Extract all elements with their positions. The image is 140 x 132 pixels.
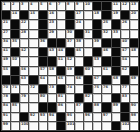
clue-number: 29 [49,30,54,34]
clue-number: 46 [103,48,108,52]
white-cell[interactable] [84,20,92,28]
clue-number: 78 [3,94,8,98]
white-cell[interactable]: 52 [66,57,74,65]
black-cell [66,20,74,28]
white-cell[interactable] [29,122,37,130]
clue-number: 92 [30,113,35,117]
clue-number: 56 [21,67,26,71]
white-cell[interactable] [48,76,56,84]
black-cell [84,76,92,84]
white-cell[interactable] [11,113,19,121]
clue-number: 50 [12,57,17,61]
white-cell[interactable]: 50 [11,57,19,65]
clue-number: 15 [30,11,35,15]
clue-number: 37 [67,39,72,43]
black-cell [39,30,47,38]
white-cell[interactable]: 73 [48,85,56,93]
white-cell[interactable] [29,57,37,65]
white-cell[interactable] [11,122,19,130]
white-cell[interactable]: 45 [75,48,83,56]
black-cell [39,20,47,28]
clue-number: 52 [67,57,72,61]
white-cell[interactable]: 57 [39,67,47,75]
white-cell[interactable]: 20 [130,11,138,19]
black-cell [112,67,120,75]
white-cell[interactable]: 24 [75,20,83,28]
clue-number: 22 [21,20,26,24]
white-cell[interactable]: 72 [29,85,37,93]
clue-number: 84 [3,103,8,107]
white-cell[interactable]: 54 [121,57,129,65]
white-cell[interactable] [130,94,138,102]
white-cell[interactable] [39,122,47,130]
white-cell[interactable] [57,30,65,38]
white-cell[interactable]: 77 [121,85,129,93]
clue-number: 12 [122,2,127,6]
black-cell [121,103,129,111]
white-cell[interactable] [130,57,138,65]
clue-number: 17 [76,11,81,15]
clue-number: 91 [3,113,8,117]
white-cell[interactable]: 40 [121,39,129,47]
black-cell [11,94,19,102]
clue-number: 20 [131,11,136,15]
white-cell[interactable]: 27 [2,30,10,38]
clue-number: 74 [67,85,72,89]
black-cell [75,94,83,102]
white-cell[interactable]: 61 [102,67,110,75]
clue-number: 73 [49,85,54,89]
crossword-page: 1234567891011121314151617181920212223242… [0,0,140,132]
white-cell[interactable] [93,94,101,102]
black-cell [130,67,138,75]
white-cell[interactable] [29,20,37,28]
clue-number: 59 [67,67,72,71]
clue-number: 62 [122,67,127,71]
black-cell [57,113,65,121]
white-cell[interactable] [84,11,92,19]
white-cell[interactable]: 6 [48,2,56,10]
white-cell[interactable]: 62 [121,67,129,75]
clue-number: 48 [131,48,136,52]
clue-number: 96 [85,113,90,117]
black-cell [39,57,47,65]
white-cell[interactable]: 100 [20,122,28,130]
black-cell [39,48,47,56]
clue-number: 23 [49,20,54,24]
white-cell[interactable]: 10 [84,2,92,10]
clue-number: 54 [122,57,127,61]
clue-number: 90 [131,103,136,107]
white-cell[interactable]: 71 [11,85,19,93]
clue-number: 30 [67,30,72,34]
white-cell[interactable] [93,122,101,130]
black-cell [121,11,129,19]
black-cell [48,57,56,65]
white-cell[interactable]: 8 [66,2,74,10]
white-cell[interactable]: 34 [2,39,10,47]
white-cell[interactable]: 88 [93,103,101,111]
white-cell[interactable]: 92 [29,113,37,121]
white-cell[interactable] [130,122,138,130]
black-cell [84,57,92,65]
clue-number: 8 [67,2,70,6]
clue-number: 70 [3,85,8,89]
white-cell[interactable] [66,76,74,84]
black-cell [84,85,92,93]
white-cell[interactable]: 9 [75,2,83,10]
black-cell [2,11,10,19]
black-cell [102,103,110,111]
white-cell[interactable] [84,122,92,130]
clue-number: 58 [49,67,54,71]
clue-number: 53 [94,57,99,61]
black-cell [11,48,19,56]
white-cell[interactable]: 86 [57,103,65,111]
black-cell [102,39,110,47]
clue-number: 34 [3,39,8,43]
clue-number: 80 [40,94,45,98]
white-cell[interactable] [112,85,120,93]
clue-number: 71 [12,85,17,89]
white-cell[interactable]: 74 [66,85,74,93]
clue-number: 33 [113,30,118,34]
white-cell[interactable] [29,103,37,111]
white-cell[interactable]: 5 [39,2,47,10]
black-cell [57,85,65,93]
white-cell[interactable] [130,85,138,93]
clue-number: 65 [58,76,63,80]
clue-number: 101 [67,122,74,126]
white-cell[interactable]: 99 [2,122,10,130]
white-cell[interactable] [75,57,83,65]
clue-number: 86 [58,103,63,107]
white-cell[interactable] [57,20,65,28]
clue-number: 2 [12,2,15,6]
clue-number: 47 [122,48,127,52]
white-cell[interactable]: 83 [121,94,129,102]
clue-number: 60 [85,67,90,71]
clue-number: 6 [49,2,52,6]
black-cell [11,76,19,84]
white-cell[interactable]: 11 [112,2,120,10]
white-cell[interactable]: 19 [112,11,120,19]
clue-number: 76 [103,85,108,89]
clue-number: 27 [3,30,8,34]
white-cell[interactable]: 84 [2,103,10,111]
black-cell [11,20,19,28]
white-cell[interactable]: 59 [66,67,74,75]
white-cell[interactable]: 37 [66,39,74,47]
white-cell[interactable] [66,94,74,102]
black-cell [84,103,92,111]
white-cell[interactable]: 87 [75,103,83,111]
white-cell[interactable]: 15 [29,11,37,19]
white-cell[interactable]: 41 [2,48,10,56]
black-cell [102,76,110,84]
black-cell [57,122,65,130]
clue-number: 75 [94,85,99,89]
black-cell [112,122,120,130]
black-cell [48,103,56,111]
white-cell[interactable]: 93 [39,113,47,121]
white-cell[interactable]: 42 [20,48,28,56]
white-cell[interactable]: 63 [20,76,28,84]
white-cell[interactable]: 25 [102,20,110,28]
white-cell[interactable]: 46 [102,48,110,56]
clue-number: 43 [49,48,54,52]
white-cell[interactable]: 3 [20,2,28,10]
clue-number: 97 [103,113,108,117]
clue-number: 66 [76,76,81,80]
white-cell[interactable]: 98 [130,113,138,121]
clue-number: 44 [58,48,63,52]
white-cell[interactable]: 95 [66,113,74,121]
white-cell[interactable] [20,39,28,47]
clue-number: 3 [21,2,24,6]
white-cell[interactable]: 38 [75,39,83,47]
clue-number: 49 [3,57,8,61]
black-cell [93,30,101,38]
white-cell[interactable]: 97 [102,113,110,121]
clue-number: 26 [122,20,127,24]
white-cell[interactable] [112,113,120,121]
white-cell[interactable]: 26 [121,20,129,28]
clue-number: 95 [67,113,72,117]
black-cell [112,39,120,47]
black-cell [29,76,37,84]
white-cell[interactable]: 75 [93,85,101,93]
white-cell[interactable] [29,94,37,102]
white-cell[interactable] [20,85,28,93]
white-cell[interactable] [29,48,37,56]
black-cell [75,30,83,38]
white-cell[interactable] [130,30,138,38]
white-cell[interactable]: 67 [93,76,101,84]
clue-number: 88 [94,103,99,107]
white-cell[interactable]: 102 [121,122,129,130]
clue-number: 7 [58,2,61,6]
white-cell[interactable]: 18 [93,11,101,19]
white-cell[interactable]: 69 [130,76,138,84]
clue-number: 9 [76,2,79,6]
white-cell[interactable] [84,48,92,56]
white-cell[interactable] [130,20,138,28]
white-cell[interactable]: 82 [84,94,92,102]
clue-number: 41 [3,48,8,52]
white-cell[interactable] [84,39,92,47]
clue-number: 57 [40,67,45,71]
clue-number: 98 [131,113,136,117]
white-cell[interactable] [93,67,101,75]
black-cell [130,39,138,47]
black-cell [93,2,101,10]
white-cell[interactable]: 31 [84,30,92,38]
white-cell[interactable] [29,67,37,75]
black-cell [2,76,10,84]
white-cell[interactable]: 96 [84,113,92,121]
black-cell [66,48,74,56]
clue-number: 82 [85,94,90,98]
white-cell[interactable]: 101 [66,122,74,130]
white-cell[interactable]: 48 [130,48,138,56]
white-cell[interactable]: 35 [11,39,19,47]
clue-number: 21 [3,20,8,24]
clue-number: 39 [94,39,99,43]
white-cell[interactable]: 68 [112,76,120,84]
black-cell [57,67,65,75]
black-cell [112,48,120,56]
white-cell[interactable]: 80 [39,94,47,102]
white-cell[interactable] [75,122,83,130]
white-cell[interactable]: 70 [2,85,10,93]
white-cell[interactable]: 89 [112,103,120,111]
white-cell[interactable]: 29 [48,30,56,38]
white-cell[interactable] [121,30,129,38]
white-cell[interactable]: 22 [20,20,28,28]
white-cell[interactable] [93,113,101,121]
white-cell[interactable]: 39 [93,39,101,47]
white-cell[interactable] [102,94,110,102]
black-cell [121,113,129,121]
black-cell [112,20,120,28]
clue-number: 94 [49,113,54,117]
black-cell [121,76,129,84]
white-cell[interactable] [29,39,37,47]
black-cell [48,39,56,47]
white-cell[interactable] [48,122,56,130]
clue-number: 38 [76,39,81,43]
clue-number: 81 [58,94,63,98]
clue-number: 36 [40,39,45,43]
clue-number: 25 [103,20,108,24]
white-cell[interactable]: 51 [57,57,65,65]
clue-number: 68 [113,76,118,80]
black-cell [39,11,47,19]
white-cell[interactable]: 90 [130,103,138,111]
white-cell[interactable] [20,57,28,65]
white-cell[interactable]: 16 [48,11,56,19]
clue-number: 10 [85,2,90,6]
white-cell[interactable] [57,11,65,19]
white-cell[interactable]: 1 [2,2,10,10]
white-cell[interactable]: 64 [39,76,47,84]
white-cell[interactable]: 28 [20,30,28,38]
clue-number: 64 [40,76,45,80]
clue-number: 24 [76,20,81,24]
clue-number: 69 [131,76,136,80]
clue-number: 16 [49,11,54,15]
clue-number: 42 [21,48,26,52]
clue-number: 1 [3,2,6,6]
clue-number: 45 [76,48,81,52]
white-cell[interactable]: 81 [57,94,65,102]
clue-number: 35 [12,39,17,43]
white-cell[interactable] [75,85,83,93]
white-cell[interactable]: 47 [121,48,129,56]
clue-number: 83 [122,94,127,98]
white-cell[interactable]: 7 [57,2,65,10]
white-cell[interactable]: 2 [11,2,19,10]
white-cell[interactable]: 94 [48,113,56,121]
white-cell[interactable]: 36 [39,39,47,47]
black-cell [20,11,28,19]
clue-number: 102 [122,122,129,126]
white-cell[interactable] [102,122,110,130]
black-cell [93,48,101,56]
white-cell[interactable] [66,103,74,111]
black-cell [11,30,19,38]
clue-number: 79 [21,94,26,98]
white-cell[interactable] [48,94,56,102]
clue-number: 72 [30,85,35,89]
white-cell[interactable]: 17 [75,11,83,19]
white-cell[interactable]: 33 [112,30,120,38]
white-cell[interactable]: 53 [93,57,101,65]
clue-number: 61 [103,67,108,71]
black-cell [102,11,110,19]
white-cell[interactable]: 66 [75,76,83,84]
black-cell [75,67,83,75]
black-cell [11,67,19,75]
white-cell[interactable]: 23 [48,20,56,28]
black-cell [112,57,120,65]
clue-number: 55 [3,67,8,71]
black-cell [102,2,110,10]
white-cell[interactable]: 56 [20,67,28,75]
white-cell[interactable]: 55 [2,67,10,75]
white-cell[interactable]: 65 [57,76,65,84]
white-cell[interactable]: 13 [130,2,138,10]
white-cell[interactable]: 32 [102,30,110,38]
clue-number: 32 [103,30,108,34]
clue-number: 89 [113,103,118,107]
white-cell[interactable]: 49 [2,57,10,65]
clue-number: 4 [30,2,33,6]
black-cell [112,94,120,102]
clue-number: 11 [113,2,118,6]
clue-number: 100 [21,122,28,126]
white-cell[interactable]: 79 [20,94,28,102]
black-cell [20,113,28,121]
white-cell[interactable]: 60 [84,67,92,75]
white-cell[interactable]: 4 [29,2,37,10]
white-cell[interactable]: 85 [11,103,19,111]
white-cell[interactable] [20,103,28,111]
white-cell[interactable]: 30 [66,30,74,38]
white-cell[interactable]: 78 [2,94,10,102]
white-cell[interactable] [75,113,83,121]
white-cell[interactable]: 43 [48,48,56,56]
black-cell [66,11,74,19]
black-cell [39,85,47,93]
clue-number: 40 [122,39,127,43]
black-cell [93,20,101,28]
clue-number: 93 [40,113,45,117]
white-cell[interactable]: 21 [2,20,10,28]
white-cell[interactable] [29,30,37,38]
white-cell[interactable]: 12 [121,2,129,10]
white-cell[interactable]: 91 [2,113,10,121]
white-cell[interactable]: 58 [48,67,56,75]
white-cell[interactable]: 44 [57,48,65,56]
clue-number: 99 [3,122,8,126]
clue-number: 63 [21,76,26,80]
white-cell[interactable]: 76 [102,85,110,93]
white-cell[interactable]: 14 [11,11,19,19]
clue-number: 28 [21,30,26,34]
black-cell [57,39,65,47]
